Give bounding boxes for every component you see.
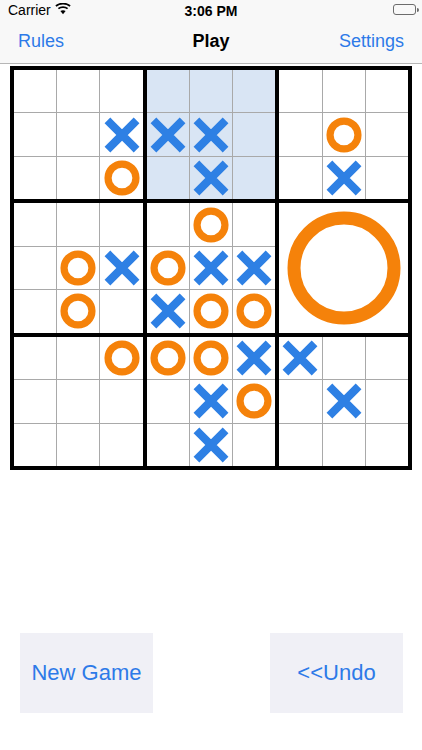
- cell-r3c8[interactable]: [323, 157, 365, 199]
- header: Carrier 3:06 PM Rules Play Settings: [0, 0, 422, 64]
- cell-r7c6[interactable]: [233, 337, 275, 379]
- cell-r7c5[interactable]: [190, 337, 232, 379]
- cell-r9c4[interactable]: [147, 424, 189, 466]
- cell-r1c1[interactable]: [14, 70, 56, 112]
- battery-icon: [393, 4, 416, 15]
- cell-r1c6[interactable]: [233, 70, 275, 112]
- cell-r4c3[interactable]: [100, 203, 142, 245]
- cell-r3c1[interactable]: [14, 157, 56, 199]
- cell-r1c7[interactable]: [279, 70, 321, 112]
- cell-r8c1[interactable]: [14, 380, 56, 422]
- cell-r4c1[interactable]: [14, 203, 56, 245]
- block-6: [279, 203, 408, 332]
- cell-r1c8[interactable]: [323, 70, 365, 112]
- block-5: [147, 203, 276, 332]
- cell-r1c5[interactable]: [190, 70, 232, 112]
- block-1: [14, 70, 143, 199]
- cell-r3c3[interactable]: [100, 157, 142, 199]
- cell-r9c7[interactable]: [279, 424, 321, 466]
- cell-r6c6[interactable]: [233, 290, 275, 332]
- cell-r1c3[interactable]: [100, 70, 142, 112]
- cell-r3c6[interactable]: [233, 157, 275, 199]
- cell-r8c3[interactable]: [100, 380, 142, 422]
- cell-r2c8[interactable]: [323, 113, 365, 155]
- cell-r7c4[interactable]: [147, 337, 189, 379]
- cell-r7c1[interactable]: [14, 337, 56, 379]
- cell-r6c3[interactable]: [100, 290, 142, 332]
- cell-r5c5[interactable]: [190, 247, 232, 289]
- cell-r8c2[interactable]: [57, 380, 99, 422]
- cell-r7c2[interactable]: [57, 337, 99, 379]
- cell-r2c9[interactable]: [366, 113, 408, 155]
- cell-r9c2[interactable]: [57, 424, 99, 466]
- cell-r9c8[interactable]: [323, 424, 365, 466]
- cell-r7c3[interactable]: [100, 337, 142, 379]
- cell-r4c6[interactable]: [233, 203, 275, 245]
- block-4: [14, 203, 143, 332]
- cell-r1c4[interactable]: [147, 70, 189, 112]
- cell-r5c3[interactable]: [100, 247, 142, 289]
- nav-bar: Rules Play Settings: [0, 22, 422, 64]
- cell-r8c9[interactable]: [366, 380, 408, 422]
- cell-r9c5[interactable]: [190, 424, 232, 466]
- cell-r5c2[interactable]: [57, 247, 99, 289]
- cell-r6c1[interactable]: [14, 290, 56, 332]
- cell-r4c2[interactable]: [57, 203, 99, 245]
- cell-r1c9[interactable]: [366, 70, 408, 112]
- cell-r7c9[interactable]: [366, 337, 408, 379]
- cell-r3c5[interactable]: [190, 157, 232, 199]
- cell-r5c4[interactable]: [147, 247, 189, 289]
- cell-r2c3[interactable]: [100, 113, 142, 155]
- cell-r3c4[interactable]: [147, 157, 189, 199]
- cell-r9c6[interactable]: [233, 424, 275, 466]
- cell-r8c7[interactable]: [279, 380, 321, 422]
- settings-link[interactable]: Settings: [339, 31, 404, 52]
- cell-r2c4[interactable]: [147, 113, 189, 155]
- block-3: [279, 70, 408, 199]
- cell-r9c9[interactable]: [366, 424, 408, 466]
- cell-r6c2[interactable]: [57, 290, 99, 332]
- block-8: [147, 337, 276, 466]
- big-o-mark: [287, 211, 401, 325]
- cell-r9c1[interactable]: [14, 424, 56, 466]
- cell-r2c5[interactable]: [190, 113, 232, 155]
- cell-r5c1[interactable]: [14, 247, 56, 289]
- board: [10, 66, 412, 470]
- new-game-button[interactable]: New Game: [20, 633, 153, 713]
- cell-r5c6[interactable]: [233, 247, 275, 289]
- cell-r7c8[interactable]: [323, 337, 365, 379]
- cell-r2c1[interactable]: [14, 113, 56, 155]
- cell-r8c8[interactable]: [323, 380, 365, 422]
- cell-r9c3[interactable]: [100, 424, 142, 466]
- block-9: [279, 337, 408, 466]
- cell-r8c5[interactable]: [190, 380, 232, 422]
- status-time: 3:06 PM: [0, 3, 422, 19]
- cell-r2c2[interactable]: [57, 113, 99, 155]
- block-2: [147, 70, 276, 199]
- cell-r3c7[interactable]: [279, 157, 321, 199]
- cell-r8c6[interactable]: [233, 380, 275, 422]
- cell-r2c6[interactable]: [233, 113, 275, 155]
- cell-r3c9[interactable]: [366, 157, 408, 199]
- cell-r4c4[interactable]: [147, 203, 189, 245]
- block-7: [14, 337, 143, 466]
- cell-r4c5[interactable]: [190, 203, 232, 245]
- cell-r3c2[interactable]: [57, 157, 99, 199]
- cell-r6c4[interactable]: [147, 290, 189, 332]
- status-bar: Carrier 3:06 PM: [0, 0, 422, 22]
- cell-r2c7[interactable]: [279, 113, 321, 155]
- cell-r1c2[interactable]: [57, 70, 99, 112]
- cell-r8c4[interactable]: [147, 380, 189, 422]
- cell-r6c5[interactable]: [190, 290, 232, 332]
- undo-button[interactable]: <<Undo: [270, 633, 403, 713]
- cell-r7c7[interactable]: [279, 337, 321, 379]
